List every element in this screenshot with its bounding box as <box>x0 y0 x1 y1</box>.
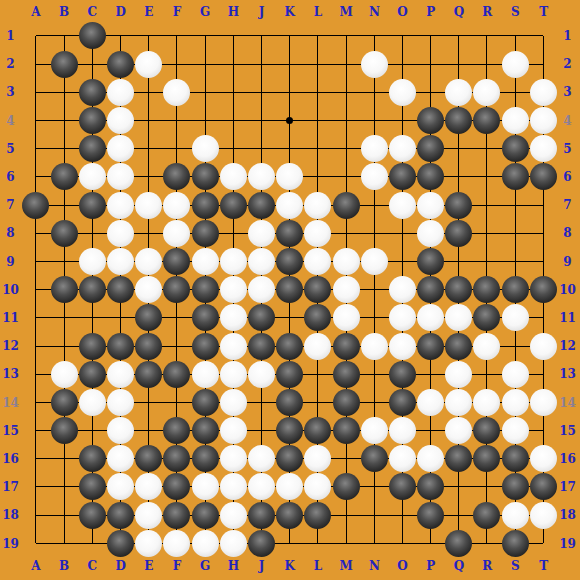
intersection-G8[interactable] <box>191 219 219 247</box>
intersection-Q5[interactable] <box>445 135 473 163</box>
intersection-B13[interactable] <box>50 360 78 388</box>
intersection-O19[interactable] <box>388 529 416 557</box>
intersection-P4[interactable] <box>417 106 445 134</box>
intersection-K11[interactable] <box>276 304 304 332</box>
intersection-C9[interactable] <box>78 247 106 275</box>
intersection-Q12[interactable] <box>445 332 473 360</box>
intersection-N19[interactable] <box>360 529 388 557</box>
intersection-M1[interactable] <box>332 22 360 50</box>
intersection-G12[interactable] <box>191 332 219 360</box>
intersection-A14[interactable] <box>22 388 50 416</box>
intersection-J12[interactable] <box>247 332 275 360</box>
intersection-P18[interactable] <box>417 501 445 529</box>
intersection-K15[interactable] <box>276 417 304 445</box>
intersection-A6[interactable] <box>22 163 50 191</box>
intersection-J4[interactable] <box>247 106 275 134</box>
intersection-B9[interactable] <box>50 247 78 275</box>
intersection-H11[interactable] <box>219 304 247 332</box>
intersection-O6[interactable] <box>388 163 416 191</box>
intersection-N3[interactable] <box>360 78 388 106</box>
intersection-E8[interactable] <box>135 219 163 247</box>
intersection-A18[interactable] <box>22 501 50 529</box>
intersection-H1[interactable] <box>219 22 247 50</box>
intersection-Q1[interactable] <box>445 22 473 50</box>
intersection-A3[interactable] <box>22 78 50 106</box>
intersection-T6[interactable] <box>529 163 557 191</box>
intersection-D19[interactable] <box>106 529 134 557</box>
intersection-C18[interactable] <box>78 501 106 529</box>
intersection-T8[interactable] <box>529 219 557 247</box>
intersection-H13[interactable] <box>219 360 247 388</box>
intersection-A7[interactable] <box>22 191 50 219</box>
intersection-M16[interactable] <box>332 445 360 473</box>
intersection-G5[interactable] <box>191 135 219 163</box>
intersection-R11[interactable] <box>473 304 501 332</box>
intersection-D17[interactable] <box>106 473 134 501</box>
intersection-N16[interactable] <box>360 445 388 473</box>
intersection-B12[interactable] <box>50 332 78 360</box>
intersection-E17[interactable] <box>135 473 163 501</box>
intersection-B5[interactable] <box>50 135 78 163</box>
intersection-E19[interactable] <box>135 529 163 557</box>
intersection-B8[interactable] <box>50 219 78 247</box>
intersection-Q6[interactable] <box>445 163 473 191</box>
intersection-C13[interactable] <box>78 360 106 388</box>
intersection-N2[interactable] <box>360 50 388 78</box>
intersection-P11[interactable] <box>417 304 445 332</box>
intersection-P16[interactable] <box>417 445 445 473</box>
intersection-H17[interactable] <box>219 473 247 501</box>
intersection-H3[interactable] <box>219 78 247 106</box>
intersection-C1[interactable] <box>78 22 106 50</box>
intersection-L17[interactable] <box>304 473 332 501</box>
intersection-D8[interactable] <box>106 219 134 247</box>
intersection-C4[interactable] <box>78 106 106 134</box>
intersection-T3[interactable] <box>529 78 557 106</box>
intersection-J13[interactable] <box>247 360 275 388</box>
intersection-O9[interactable] <box>388 247 416 275</box>
intersection-Q7[interactable] <box>445 191 473 219</box>
intersection-N11[interactable] <box>360 304 388 332</box>
intersection-L18[interactable] <box>304 501 332 529</box>
intersection-A17[interactable] <box>22 473 50 501</box>
intersection-S9[interactable] <box>501 247 529 275</box>
intersection-M17[interactable] <box>332 473 360 501</box>
intersection-E6[interactable] <box>135 163 163 191</box>
intersection-O12[interactable] <box>388 332 416 360</box>
intersection-M6[interactable] <box>332 163 360 191</box>
intersection-S19[interactable] <box>501 529 529 557</box>
intersection-G1[interactable] <box>191 22 219 50</box>
intersection-R6[interactable] <box>473 163 501 191</box>
intersection-O7[interactable] <box>388 191 416 219</box>
intersection-O5[interactable] <box>388 135 416 163</box>
intersection-P19[interactable] <box>417 529 445 557</box>
intersection-Q17[interactable] <box>445 473 473 501</box>
intersection-C5[interactable] <box>78 135 106 163</box>
intersection-F18[interactable] <box>163 501 191 529</box>
intersection-D16[interactable] <box>106 445 134 473</box>
intersection-L13[interactable] <box>304 360 332 388</box>
intersection-E4[interactable] <box>135 106 163 134</box>
intersection-Q4[interactable] <box>445 106 473 134</box>
intersection-N6[interactable] <box>360 163 388 191</box>
intersection-H8[interactable] <box>219 219 247 247</box>
intersection-F12[interactable] <box>163 332 191 360</box>
intersection-S17[interactable] <box>501 473 529 501</box>
intersection-H15[interactable] <box>219 417 247 445</box>
intersection-Q16[interactable] <box>445 445 473 473</box>
intersection-D11[interactable] <box>106 304 134 332</box>
intersection-Q19[interactable] <box>445 529 473 557</box>
intersection-S7[interactable] <box>501 191 529 219</box>
intersection-B18[interactable] <box>50 501 78 529</box>
intersection-Q10[interactable] <box>445 276 473 304</box>
intersection-G13[interactable] <box>191 360 219 388</box>
intersection-Q8[interactable] <box>445 219 473 247</box>
intersection-C2[interactable] <box>78 50 106 78</box>
intersection-K10[interactable] <box>276 276 304 304</box>
intersection-B17[interactable] <box>50 473 78 501</box>
intersection-F1[interactable] <box>163 22 191 50</box>
intersection-B6[interactable] <box>50 163 78 191</box>
intersection-K7[interactable] <box>276 191 304 219</box>
intersection-O8[interactable] <box>388 219 416 247</box>
intersection-N5[interactable] <box>360 135 388 163</box>
intersection-E15[interactable] <box>135 417 163 445</box>
intersection-T14[interactable] <box>529 388 557 416</box>
intersection-H12[interactable] <box>219 332 247 360</box>
intersection-F2[interactable] <box>163 50 191 78</box>
intersection-M15[interactable] <box>332 417 360 445</box>
intersection-N17[interactable] <box>360 473 388 501</box>
intersection-T11[interactable] <box>529 304 557 332</box>
intersection-T17[interactable] <box>529 473 557 501</box>
intersection-M9[interactable] <box>332 247 360 275</box>
intersection-B3[interactable] <box>50 78 78 106</box>
intersection-G18[interactable] <box>191 501 219 529</box>
intersection-R19[interactable] <box>473 529 501 557</box>
intersection-J14[interactable] <box>247 388 275 416</box>
intersection-R1[interactable] <box>473 22 501 50</box>
intersection-H7[interactable] <box>219 191 247 219</box>
intersection-P13[interactable] <box>417 360 445 388</box>
intersection-R14[interactable] <box>473 388 501 416</box>
intersection-E12[interactable] <box>135 332 163 360</box>
intersection-L5[interactable] <box>304 135 332 163</box>
intersection-O11[interactable] <box>388 304 416 332</box>
intersection-O10[interactable] <box>388 276 416 304</box>
intersection-K17[interactable] <box>276 473 304 501</box>
intersection-L8[interactable] <box>304 219 332 247</box>
intersection-F9[interactable] <box>163 247 191 275</box>
intersection-K9[interactable] <box>276 247 304 275</box>
intersection-M5[interactable] <box>332 135 360 163</box>
intersection-R12[interactable] <box>473 332 501 360</box>
intersection-F7[interactable] <box>163 191 191 219</box>
intersection-T18[interactable] <box>529 501 557 529</box>
intersection-B19[interactable] <box>50 529 78 557</box>
intersection-T10[interactable] <box>529 276 557 304</box>
intersection-R5[interactable] <box>473 135 501 163</box>
intersection-F4[interactable] <box>163 106 191 134</box>
intersection-A12[interactable] <box>22 332 50 360</box>
intersection-G19[interactable] <box>191 529 219 557</box>
intersection-Q11[interactable] <box>445 304 473 332</box>
intersection-F15[interactable] <box>163 417 191 445</box>
intersection-A10[interactable] <box>22 276 50 304</box>
intersection-P3[interactable] <box>417 78 445 106</box>
intersection-F19[interactable] <box>163 529 191 557</box>
intersection-N9[interactable] <box>360 247 388 275</box>
intersection-H18[interactable] <box>219 501 247 529</box>
intersection-S12[interactable] <box>501 332 529 360</box>
intersection-P6[interactable] <box>417 163 445 191</box>
intersection-N10[interactable] <box>360 276 388 304</box>
intersection-H2[interactable] <box>219 50 247 78</box>
intersection-J11[interactable] <box>247 304 275 332</box>
intersection-C3[interactable] <box>78 78 106 106</box>
intersection-D3[interactable] <box>106 78 134 106</box>
intersection-D6[interactable] <box>106 163 134 191</box>
intersection-B16[interactable] <box>50 445 78 473</box>
intersection-O3[interactable] <box>388 78 416 106</box>
intersection-L10[interactable] <box>304 276 332 304</box>
intersection-T9[interactable] <box>529 247 557 275</box>
intersection-O1[interactable] <box>388 22 416 50</box>
intersection-N18[interactable] <box>360 501 388 529</box>
intersection-M10[interactable] <box>332 276 360 304</box>
intersection-S5[interactable] <box>501 135 529 163</box>
intersection-A9[interactable] <box>22 247 50 275</box>
intersection-J10[interactable] <box>247 276 275 304</box>
intersection-R17[interactable] <box>473 473 501 501</box>
intersection-F8[interactable] <box>163 219 191 247</box>
intersection-P14[interactable] <box>417 388 445 416</box>
intersection-R9[interactable] <box>473 247 501 275</box>
intersection-E2[interactable] <box>135 50 163 78</box>
intersection-N7[interactable] <box>360 191 388 219</box>
intersection-H10[interactable] <box>219 276 247 304</box>
intersection-E1[interactable] <box>135 22 163 50</box>
intersection-T13[interactable] <box>529 360 557 388</box>
intersection-L16[interactable] <box>304 445 332 473</box>
intersection-E5[interactable] <box>135 135 163 163</box>
intersection-M2[interactable] <box>332 50 360 78</box>
intersection-C10[interactable] <box>78 276 106 304</box>
intersection-R13[interactable] <box>473 360 501 388</box>
intersection-E10[interactable] <box>135 276 163 304</box>
intersection-L4[interactable] <box>304 106 332 134</box>
intersection-O18[interactable] <box>388 501 416 529</box>
intersection-T2[interactable] <box>529 50 557 78</box>
intersection-L1[interactable] <box>304 22 332 50</box>
intersection-K3[interactable] <box>276 78 304 106</box>
intersection-T4[interactable] <box>529 106 557 134</box>
intersection-G17[interactable] <box>191 473 219 501</box>
intersection-O17[interactable] <box>388 473 416 501</box>
intersection-B7[interactable] <box>50 191 78 219</box>
intersection-M7[interactable] <box>332 191 360 219</box>
intersection-H6[interactable] <box>219 163 247 191</box>
intersection-P1[interactable] <box>417 22 445 50</box>
intersection-M12[interactable] <box>332 332 360 360</box>
intersection-F14[interactable] <box>163 388 191 416</box>
intersection-P15[interactable] <box>417 417 445 445</box>
intersection-L14[interactable] <box>304 388 332 416</box>
intersection-R16[interactable] <box>473 445 501 473</box>
intersection-K6[interactable] <box>276 163 304 191</box>
intersection-D10[interactable] <box>106 276 134 304</box>
intersection-C19[interactable] <box>78 529 106 557</box>
intersection-Q2[interactable] <box>445 50 473 78</box>
intersection-J8[interactable] <box>247 219 275 247</box>
intersection-P8[interactable] <box>417 219 445 247</box>
intersection-Q13[interactable] <box>445 360 473 388</box>
intersection-F3[interactable] <box>163 78 191 106</box>
intersection-D15[interactable] <box>106 417 134 445</box>
intersection-R7[interactable] <box>473 191 501 219</box>
intersection-G2[interactable] <box>191 50 219 78</box>
intersection-D12[interactable] <box>106 332 134 360</box>
intersection-T19[interactable] <box>529 529 557 557</box>
intersection-R18[interactable] <box>473 501 501 529</box>
intersection-A1[interactable] <box>22 22 50 50</box>
intersection-J9[interactable] <box>247 247 275 275</box>
intersection-L19[interactable] <box>304 529 332 557</box>
intersection-N12[interactable] <box>360 332 388 360</box>
intersection-E3[interactable] <box>135 78 163 106</box>
intersection-O16[interactable] <box>388 445 416 473</box>
intersection-E14[interactable] <box>135 388 163 416</box>
intersection-F5[interactable] <box>163 135 191 163</box>
intersection-R10[interactable] <box>473 276 501 304</box>
intersection-T16[interactable] <box>529 445 557 473</box>
intersection-J19[interactable] <box>247 529 275 557</box>
intersection-J6[interactable] <box>247 163 275 191</box>
intersection-B14[interactable] <box>50 388 78 416</box>
intersection-D13[interactable] <box>106 360 134 388</box>
intersection-H16[interactable] <box>219 445 247 473</box>
intersection-M4[interactable] <box>332 106 360 134</box>
intersection-S15[interactable] <box>501 417 529 445</box>
intersection-K13[interactable] <box>276 360 304 388</box>
intersection-H5[interactable] <box>219 135 247 163</box>
intersection-G3[interactable] <box>191 78 219 106</box>
intersection-D7[interactable] <box>106 191 134 219</box>
intersection-S11[interactable] <box>501 304 529 332</box>
intersection-T12[interactable] <box>529 332 557 360</box>
intersection-P9[interactable] <box>417 247 445 275</box>
intersection-H14[interactable] <box>219 388 247 416</box>
intersection-S16[interactable] <box>501 445 529 473</box>
intersection-T5[interactable] <box>529 135 557 163</box>
intersection-J2[interactable] <box>247 50 275 78</box>
intersection-O15[interactable] <box>388 417 416 445</box>
intersection-H19[interactable] <box>219 529 247 557</box>
intersection-S8[interactable] <box>501 219 529 247</box>
intersection-G11[interactable] <box>191 304 219 332</box>
intersection-L6[interactable] <box>304 163 332 191</box>
intersection-P10[interactable] <box>417 276 445 304</box>
intersection-G9[interactable] <box>191 247 219 275</box>
intersection-D18[interactable] <box>106 501 134 529</box>
intersection-N4[interactable] <box>360 106 388 134</box>
intersection-R15[interactable] <box>473 417 501 445</box>
intersection-A4[interactable] <box>22 106 50 134</box>
intersection-E16[interactable] <box>135 445 163 473</box>
intersection-E7[interactable] <box>135 191 163 219</box>
intersection-K16[interactable] <box>276 445 304 473</box>
intersection-K18[interactable] <box>276 501 304 529</box>
intersection-J1[interactable] <box>247 22 275 50</box>
intersection-D1[interactable] <box>106 22 134 50</box>
intersection-G14[interactable] <box>191 388 219 416</box>
intersection-F16[interactable] <box>163 445 191 473</box>
intersection-P12[interactable] <box>417 332 445 360</box>
intersection-C12[interactable] <box>78 332 106 360</box>
intersection-G6[interactable] <box>191 163 219 191</box>
intersection-J15[interactable] <box>247 417 275 445</box>
intersection-A19[interactable] <box>22 529 50 557</box>
intersection-J16[interactable] <box>247 445 275 473</box>
intersection-E11[interactable] <box>135 304 163 332</box>
intersection-M14[interactable] <box>332 388 360 416</box>
intersection-K14[interactable] <box>276 388 304 416</box>
intersection-A2[interactable] <box>22 50 50 78</box>
intersection-Q3[interactable] <box>445 78 473 106</box>
intersection-F11[interactable] <box>163 304 191 332</box>
intersection-C8[interactable] <box>78 219 106 247</box>
intersection-F13[interactable] <box>163 360 191 388</box>
intersection-E18[interactable] <box>135 501 163 529</box>
intersection-L3[interactable] <box>304 78 332 106</box>
intersection-K1[interactable] <box>276 22 304 50</box>
intersection-L9[interactable] <box>304 247 332 275</box>
intersection-P17[interactable] <box>417 473 445 501</box>
intersection-A8[interactable] <box>22 219 50 247</box>
intersection-Q9[interactable] <box>445 247 473 275</box>
intersection-J7[interactable] <box>247 191 275 219</box>
intersection-G16[interactable] <box>191 445 219 473</box>
intersection-H4[interactable] <box>219 106 247 134</box>
intersection-B4[interactable] <box>50 106 78 134</box>
intersection-R2[interactable] <box>473 50 501 78</box>
intersection-T15[interactable] <box>529 417 557 445</box>
intersection-M13[interactable] <box>332 360 360 388</box>
intersection-B11[interactable] <box>50 304 78 332</box>
intersection-O4[interactable] <box>388 106 416 134</box>
intersection-G10[interactable] <box>191 276 219 304</box>
intersection-C6[interactable] <box>78 163 106 191</box>
intersection-A16[interactable] <box>22 445 50 473</box>
intersection-N13[interactable] <box>360 360 388 388</box>
intersection-E9[interactable] <box>135 247 163 275</box>
intersection-D2[interactable] <box>106 50 134 78</box>
intersection-Q14[interactable] <box>445 388 473 416</box>
intersection-A11[interactable] <box>22 304 50 332</box>
intersection-J5[interactable] <box>247 135 275 163</box>
intersection-K2[interactable] <box>276 50 304 78</box>
intersection-R8[interactable] <box>473 219 501 247</box>
intersection-C11[interactable] <box>78 304 106 332</box>
intersection-H9[interactable] <box>219 247 247 275</box>
intersection-K5[interactable] <box>276 135 304 163</box>
intersection-S4[interactable] <box>501 106 529 134</box>
intersection-M3[interactable] <box>332 78 360 106</box>
intersection-N15[interactable] <box>360 417 388 445</box>
intersection-F17[interactable] <box>163 473 191 501</box>
